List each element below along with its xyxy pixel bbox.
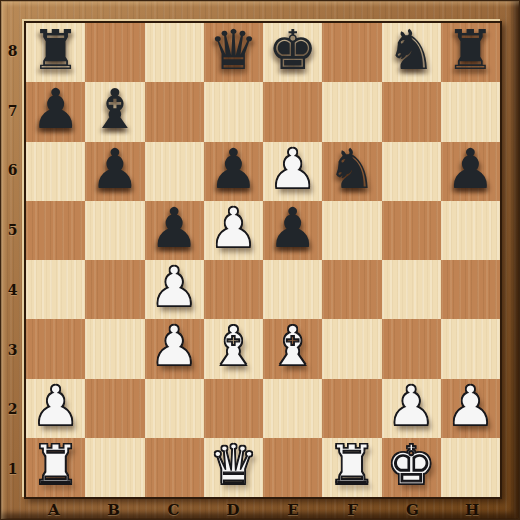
square-e4[interactable] [263,260,322,319]
square-c7[interactable] [145,82,204,141]
square-h7[interactable] [441,82,500,141]
piece-white-pawn[interactable]: ♟ [149,319,198,374]
piece-black-rook[interactable]: ♜ [31,23,80,78]
rank-label-4: 4 [1,260,24,320]
square-a4[interactable] [26,260,85,319]
rank-label-3: 3 [1,320,24,380]
square-b7[interactable]: ♝ [85,82,144,141]
square-g4[interactable] [382,260,441,319]
rank-label-8: 8 [1,21,24,81]
square-d2[interactable] [204,379,263,438]
file-label-f: F [323,499,383,520]
square-g1[interactable]: ♚ [382,438,441,497]
rank-label-1: 1 [1,439,24,499]
square-c6[interactable] [145,142,204,201]
square-e1[interactable] [263,438,322,497]
square-g5[interactable] [382,201,441,260]
square-a8[interactable]: ♜ [26,23,85,82]
square-d7[interactable] [204,82,263,141]
square-h6[interactable]: ♟ [441,142,500,201]
square-d8[interactable]: ♛ [204,23,263,82]
square-e5[interactable]: ♟ [263,201,322,260]
rank-label-7: 7 [1,81,24,141]
piece-black-pawn[interactable]: ♟ [209,142,258,197]
square-c5[interactable]: ♟ [145,201,204,260]
piece-white-pawn[interactable]: ♟ [446,379,495,434]
piece-black-rook[interactable]: ♜ [446,23,495,78]
square-h2[interactable]: ♟ [441,379,500,438]
square-e6[interactable]: ♟ [263,142,322,201]
square-f4[interactable] [322,260,381,319]
piece-black-pawn[interactable]: ♟ [446,142,495,197]
square-g2[interactable]: ♟ [382,379,441,438]
square-d6[interactable]: ♟ [204,142,263,201]
piece-white-pawn[interactable]: ♟ [149,260,198,315]
file-label-c: C [144,499,204,520]
square-c8[interactable] [145,23,204,82]
square-b3[interactable] [85,319,144,378]
piece-black-pawn[interactable]: ♟ [268,201,317,256]
square-g8[interactable]: ♞ [382,23,441,82]
square-e8[interactable]: ♚ [263,23,322,82]
piece-black-king[interactable]: ♚ [268,23,317,78]
square-c3[interactable]: ♟ [145,319,204,378]
piece-black-queen[interactable]: ♛ [209,23,258,78]
piece-white-rook[interactable]: ♜ [327,438,376,493]
piece-black-knight[interactable]: ♞ [327,142,376,197]
piece-white-bishop[interactable]: ♝ [268,319,317,374]
square-a2[interactable]: ♟ [26,379,85,438]
piece-black-knight[interactable]: ♞ [386,23,435,78]
square-b2[interactable] [85,379,144,438]
piece-white-pawn[interactable]: ♟ [31,379,80,434]
file-label-g: G [383,499,443,520]
square-g7[interactable] [382,82,441,141]
square-f1[interactable]: ♜ [322,438,381,497]
square-a5[interactable] [26,201,85,260]
square-e7[interactable] [263,82,322,141]
rank-labels: 87654321 [1,21,24,499]
piece-white-rook[interactable]: ♜ [31,438,80,493]
square-f6[interactable]: ♞ [322,142,381,201]
file-label-e: E [263,499,323,520]
square-b1[interactable] [85,438,144,497]
piece-white-bishop[interactable]: ♝ [209,319,258,374]
file-label-h: H [442,499,502,520]
piece-black-pawn[interactable]: ♟ [31,82,80,137]
square-a7[interactable]: ♟ [26,82,85,141]
square-h4[interactable] [441,260,500,319]
piece-white-king[interactable]: ♚ [386,438,435,493]
piece-white-pawn[interactable]: ♟ [386,379,435,434]
piece-white-queen[interactable]: ♛ [209,438,258,493]
square-e2[interactable] [263,379,322,438]
piece-black-pawn[interactable]: ♟ [149,201,198,256]
square-c2[interactable] [145,379,204,438]
square-f2[interactable] [322,379,381,438]
square-h3[interactable] [441,319,500,378]
rank-label-5: 5 [1,200,24,260]
chess-board-frame: 87654321 ♜♛♚♞♜♟♝♟♟♟♞♟♟♟♟♟♟♝♝♟♟♟♜♛♜♚ ABCD… [0,0,520,520]
square-f5[interactable] [322,201,381,260]
square-d4[interactable] [204,260,263,319]
rank-label-6: 6 [1,141,24,201]
square-c1[interactable] [145,438,204,497]
square-b6[interactable]: ♟ [85,142,144,201]
square-f7[interactable] [322,82,381,141]
square-g6[interactable] [382,142,441,201]
piece-white-pawn[interactable]: ♟ [209,201,258,256]
piece-white-pawn[interactable]: ♟ [268,142,317,197]
piece-black-bishop[interactable]: ♝ [90,82,139,137]
square-a3[interactable] [26,319,85,378]
square-h1[interactable] [441,438,500,497]
square-b8[interactable] [85,23,144,82]
square-f8[interactable] [322,23,381,82]
square-a6[interactable] [26,142,85,201]
file-label-b: B [84,499,144,520]
square-b5[interactable] [85,201,144,260]
square-a1[interactable]: ♜ [26,438,85,497]
square-d3[interactable]: ♝ [204,319,263,378]
square-b4[interactable] [85,260,144,319]
file-label-d: D [203,499,263,520]
square-e3[interactable]: ♝ [263,319,322,378]
square-d5[interactable]: ♟ [204,201,263,260]
square-h5[interactable] [441,201,500,260]
file-labels: ABCDEFGH [24,499,502,520]
chess-board[interactable]: ♜♛♚♞♜♟♝♟♟♟♞♟♟♟♟♟♟♝♝♟♟♟♜♛♜♚ [24,21,502,499]
square-d1[interactable]: ♛ [204,438,263,497]
piece-black-pawn[interactable]: ♟ [90,142,139,197]
square-f3[interactable] [322,319,381,378]
square-g3[interactable] [382,319,441,378]
file-label-a: A [24,499,84,520]
rank-label-2: 2 [1,380,24,440]
square-c4[interactable]: ♟ [145,260,204,319]
square-h8[interactable]: ♜ [441,23,500,82]
